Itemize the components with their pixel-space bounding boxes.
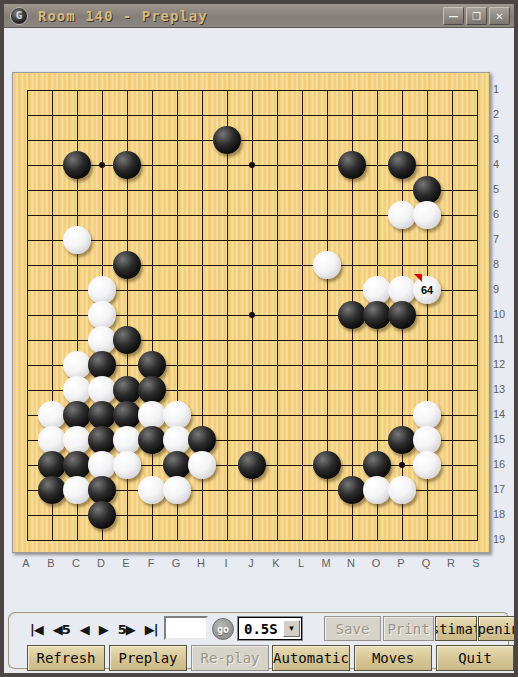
white-stone [88,276,116,304]
white-stone [413,401,441,429]
row-label: 5 [493,183,511,195]
save-button[interactable]: Save [324,616,381,641]
black-stone [388,151,416,179]
black-stone [388,426,416,454]
white-stone [413,451,441,479]
black-stone [63,401,91,429]
white-stone [163,401,191,429]
column-label: M [319,557,333,569]
white-stone [113,426,141,454]
black-stone [313,451,341,479]
window-content: 64 |◀ ◀5 ◀ ▶ 5▶ ▶| go 0.5S ▼ Save Print … [4,28,514,673]
minimize-button-icon[interactable]: — [443,7,464,25]
white-stone [88,451,116,479]
title-bar[interactable]: G Room 140 - Preplay — ❐ ✕ [4,4,514,28]
grid-line [302,90,303,541]
go-button[interactable]: go [212,618,234,640]
column-label: N [344,557,358,569]
white-stone [388,476,416,504]
black-stone [188,426,216,454]
automatic-button[interactable]: Automatic [272,645,350,671]
move-number-input[interactable] [164,616,208,640]
black-stone [363,301,391,329]
white-stone [188,451,216,479]
delay-dropdown-value: 0.5S [239,621,283,637]
print-button[interactable]: Print [383,616,434,641]
column-label: H [194,557,208,569]
white-stone [138,476,166,504]
white-stone [63,226,91,254]
black-stone [113,326,141,354]
row-label: 15 [493,433,511,445]
white-stone [38,401,66,429]
replay-button[interactable]: Re-play [191,645,269,671]
black-stone [138,426,166,454]
refresh-button[interactable]: Refresh [27,645,105,671]
row-label: 16 [493,458,511,470]
window-title: Room 140 - Preplay [38,8,208,24]
last-move-marker-icon [414,274,422,282]
black-stone [338,151,366,179]
app-icon: G [10,7,28,25]
white-stone [363,476,391,504]
star-point [249,312,255,318]
black-stone [88,501,116,529]
white-stone [363,276,391,304]
black-stone [113,376,141,404]
black-stone [113,251,141,279]
row-label: 10 [493,308,511,320]
column-label: A [19,557,33,569]
white-stone [63,376,91,404]
white-stone [163,426,191,454]
chevron-down-icon[interactable]: ▼ [283,620,300,637]
black-stone [113,401,141,429]
preplay-button[interactable]: Preplay [109,645,187,671]
row-label: 3 [493,133,511,145]
grid-line [277,90,278,541]
row-label: 19 [493,533,511,545]
black-stone [88,351,116,379]
black-stone [163,451,191,479]
white-stone [88,376,116,404]
quit-button[interactable]: Quit [436,645,514,671]
moves-button[interactable]: Moves [354,645,432,671]
column-label: L [294,557,308,569]
go-board[interactable]: 64 [12,72,490,553]
white-stone [163,476,191,504]
black-stone [138,376,166,404]
nav-forward5-icon[interactable]: 5▶ [118,622,135,637]
column-label: C [69,557,83,569]
column-label: G [169,557,183,569]
column-label: K [269,557,283,569]
black-stone [238,451,266,479]
nav-forward-icon[interactable]: ▶ [99,622,108,637]
row-label: 9 [493,283,511,295]
grid-line [27,540,478,541]
white-stone: 64 [413,276,441,304]
black-stone [88,401,116,429]
black-stone [88,476,116,504]
black-stone [338,301,366,329]
white-stone [63,476,91,504]
column-label: I [219,557,233,569]
white-stone [313,251,341,279]
black-stone [138,351,166,379]
column-label: B [44,557,58,569]
white-stone [63,426,91,454]
black-stone [38,451,66,479]
white-stone [38,426,66,454]
column-label: J [244,557,258,569]
white-stone [388,201,416,229]
column-label: D [94,557,108,569]
row-label: 14 [493,408,511,420]
nav-back-icon[interactable]: ◀ [80,622,89,637]
move-navigation: |◀ ◀5 ◀ ▶ 5▶ ▶| [30,622,158,637]
control-panel: |◀ ◀5 ◀ ▶ 5▶ ▶| go 0.5S ▼ Save Print sti… [8,612,510,670]
column-label: S [469,557,483,569]
white-stone [63,351,91,379]
column-label: O [369,557,383,569]
black-stone [213,126,241,154]
white-stone [413,201,441,229]
black-stone [63,151,91,179]
row-label: 17 [493,483,511,495]
white-stone [388,276,416,304]
column-label: R [444,557,458,569]
column-label: Q [419,557,433,569]
black-stone [38,476,66,504]
black-stone [88,426,116,454]
column-label: F [144,557,158,569]
white-stone [413,426,441,454]
estimate-button[interactable]: stimat [435,616,477,641]
white-stone [88,326,116,354]
row-label: 8 [493,258,511,270]
star-point [249,162,255,168]
maximize-button-icon[interactable]: ❐ [466,7,487,25]
row-label: 6 [493,208,511,220]
row-label: 18 [493,508,511,520]
row-label: 13 [493,383,511,395]
row-label: 12 [493,358,511,370]
white-stone [113,451,141,479]
black-stone [388,301,416,329]
black-stone [63,451,91,479]
app-window: G Room 140 - Preplay — ❐ ✕ 64 |◀ ◀5 ◀ ▶ … [0,0,518,677]
black-stone [413,176,441,204]
nav-back5-icon[interactable]: ◀5 [53,622,70,637]
grid-line [477,90,478,541]
column-label: P [394,557,408,569]
black-stone [363,451,391,479]
delay-dropdown[interactable]: 0.5S ▼ [238,617,302,640]
row-label: 11 [493,333,511,345]
last-move-number: 64 [421,285,433,296]
row-label: 1 [493,83,511,95]
row-label: 2 [493,108,511,120]
column-label: E [119,557,133,569]
white-stone [88,301,116,329]
nav-last-icon[interactable]: ▶| [145,622,158,637]
grid-line [452,90,453,541]
black-stone [338,476,366,504]
black-stone [113,151,141,179]
nav-first-icon[interactable]: |◀ [30,622,43,637]
star-point [399,462,405,468]
window-controls: — ❐ ✕ [443,7,510,25]
row-label: 7 [493,233,511,245]
close-button-icon[interactable]: ✕ [489,7,510,25]
white-stone [138,401,166,429]
star-point [99,162,105,168]
opening-button[interactable]: penin [478,616,518,641]
row-label: 4 [493,158,511,170]
